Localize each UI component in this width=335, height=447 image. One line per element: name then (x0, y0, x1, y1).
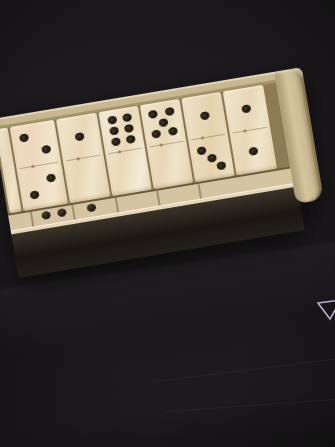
photo-background (0, 0, 335, 447)
photo-vignette (0, 0, 335, 447)
